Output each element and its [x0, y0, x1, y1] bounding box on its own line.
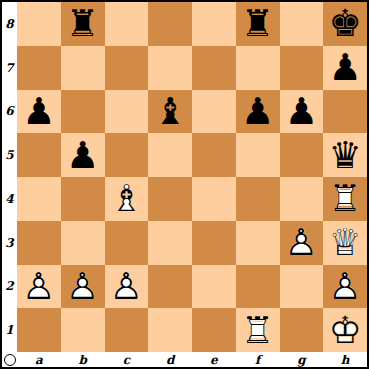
white-pawn-h2[interactable]: ♟♙: [323, 265, 367, 309]
square-h8[interactable]: ♚: [323, 2, 367, 46]
piece-glyph: ♟: [17, 90, 61, 134]
white-king-h1[interactable]: ♚♔: [323, 308, 367, 352]
white-queen-h3[interactable]: ♛♕: [323, 221, 367, 265]
square-g8[interactable]: [280, 2, 324, 46]
square-g3[interactable]: ♟♙: [280, 221, 324, 265]
white-pawn-b2[interactable]: ♟♙: [61, 265, 105, 309]
square-b2[interactable]: ♟♙: [61, 265, 105, 309]
piece-glyph: ♜: [236, 2, 280, 46]
square-d7[interactable]: [148, 46, 192, 90]
square-h3[interactable]: ♛♕: [323, 221, 367, 265]
square-c7[interactable]: [105, 46, 149, 90]
piece-glyph: ♜: [61, 2, 105, 46]
square-g5[interactable]: [280, 133, 324, 177]
white-pawn-g3[interactable]: ♟♙: [280, 221, 324, 265]
square-c2[interactable]: ♟♙: [105, 265, 149, 309]
chess-board: ♜♜♚♟♟♝♟♟♟♛♝♗♜♖♟♙♛♕♟♙♟♙♟♙♟♙♜♖♚♔: [17, 2, 367, 352]
piece-glyph-outline: ♙: [323, 265, 367, 309]
square-e5[interactable]: [192, 133, 236, 177]
square-g4[interactable]: [280, 177, 324, 221]
file-label-b: b: [61, 352, 105, 367]
rank-label-3: 3: [2, 221, 17, 265]
piece-glyph-outline: ♙: [61, 265, 105, 309]
black-queen-h5[interactable]: ♛: [323, 133, 367, 177]
square-a6[interactable]: ♟: [17, 90, 61, 134]
turn-indicator: [2, 352, 17, 367]
square-h4[interactable]: ♜♖: [323, 177, 367, 221]
white-bishop-c4[interactable]: ♝♗: [105, 177, 149, 221]
square-e1[interactable]: [192, 308, 236, 352]
square-f3[interactable]: [236, 221, 280, 265]
piece-glyph-outline: ♙: [280, 221, 324, 265]
square-b3[interactable]: [61, 221, 105, 265]
black-bishop-d6[interactable]: ♝: [148, 90, 192, 134]
square-d2[interactable]: [148, 265, 192, 309]
square-g6[interactable]: ♟: [280, 90, 324, 134]
file-label-h: h: [323, 352, 367, 367]
piece-glyph: ♚: [323, 2, 367, 46]
square-d5[interactable]: [148, 133, 192, 177]
square-f8[interactable]: ♜: [236, 2, 280, 46]
piece-glyph: ♟: [236, 90, 280, 134]
black-rook-f8[interactable]: ♜: [236, 2, 280, 46]
square-a1[interactable]: [17, 308, 61, 352]
square-c8[interactable]: [105, 2, 149, 46]
piece-glyph-outline: ♖: [323, 177, 367, 221]
square-c6[interactable]: [105, 90, 149, 134]
square-g7[interactable]: [280, 46, 324, 90]
square-f1[interactable]: ♜♖: [236, 308, 280, 352]
file-label-e: e: [192, 352, 236, 367]
file-label-c: c: [105, 352, 149, 367]
square-a3[interactable]: [17, 221, 61, 265]
rank-labels: 87654321: [2, 2, 17, 352]
file-label-f: f: [236, 352, 280, 367]
square-c4[interactable]: ♝♗: [105, 177, 149, 221]
square-d4[interactable]: [148, 177, 192, 221]
rank-label-4: 4: [2, 177, 17, 221]
chess-diagram: 87654321 ♜♜♚♟♟♝♟♟♟♛♝♗♜♖♟♙♛♕♟♙♟♙♟♙♟♙♜♖♚♔ …: [0, 0, 369, 369]
piece-glyph-outline: ♕: [323, 221, 367, 265]
square-e6[interactable]: [192, 90, 236, 134]
square-b5[interactable]: ♟: [61, 133, 105, 177]
square-f4[interactable]: [236, 177, 280, 221]
black-king-h8[interactable]: ♚: [323, 2, 367, 46]
black-pawn-a6[interactable]: ♟: [17, 90, 61, 134]
square-c3[interactable]: [105, 221, 149, 265]
square-f7[interactable]: [236, 46, 280, 90]
square-b6[interactable]: [61, 90, 105, 134]
square-e4[interactable]: [192, 177, 236, 221]
piece-glyph-outline: ♖: [236, 308, 280, 352]
black-pawn-b5[interactable]: ♟: [61, 133, 105, 177]
piece-glyph-outline: ♗: [105, 177, 149, 221]
rank-label-2: 2: [2, 265, 17, 309]
rank-label-5: 5: [2, 133, 17, 177]
square-a2[interactable]: ♟♙: [17, 265, 61, 309]
black-pawn-g6[interactable]: ♟: [280, 90, 324, 134]
square-b1[interactable]: [61, 308, 105, 352]
square-h2[interactable]: ♟♙: [323, 265, 367, 309]
square-a5[interactable]: [17, 133, 61, 177]
file-label-d: d: [148, 352, 192, 367]
white-pawn-a2[interactable]: ♟♙: [17, 265, 61, 309]
square-f2[interactable]: [236, 265, 280, 309]
square-e8[interactable]: [192, 2, 236, 46]
square-a8[interactable]: [17, 2, 61, 46]
piece-glyph: ♛: [323, 133, 367, 177]
square-e7[interactable]: [192, 46, 236, 90]
square-c1[interactable]: [105, 308, 149, 352]
square-f5[interactable]: [236, 133, 280, 177]
piece-glyph: ♟: [61, 133, 105, 177]
square-a7[interactable]: [17, 46, 61, 90]
piece-glyph: ♟: [323, 46, 367, 90]
rank-label-7: 7: [2, 46, 17, 90]
square-e2[interactable]: [192, 265, 236, 309]
square-d1[interactable]: [148, 308, 192, 352]
rank-label-1: 1: [2, 308, 17, 352]
black-pawn-h7[interactable]: ♟: [323, 46, 367, 90]
square-h1[interactable]: ♚♔: [323, 308, 367, 352]
square-g2[interactable]: [280, 265, 324, 309]
file-labels: abcdefgh: [17, 352, 367, 367]
square-b4[interactable]: [61, 177, 105, 221]
square-h7[interactable]: ♟: [323, 46, 367, 90]
black-rook-b8[interactable]: ♜: [61, 2, 105, 46]
white-pawn-c2[interactable]: ♟♙: [105, 265, 149, 309]
piece-glyph-outline: ♙: [17, 265, 61, 309]
piece-glyph-outline: ♙: [105, 265, 149, 309]
file-label-g: g: [280, 352, 324, 367]
piece-glyph: ♟: [280, 90, 324, 134]
square-d8[interactable]: [148, 2, 192, 46]
square-d3[interactable]: [148, 221, 192, 265]
square-d6[interactable]: ♝: [148, 90, 192, 134]
square-h6[interactable]: [323, 90, 367, 134]
white-rook-f1[interactable]: ♜♖: [236, 308, 280, 352]
square-g1[interactable]: [280, 308, 324, 352]
square-b8[interactable]: ♜: [61, 2, 105, 46]
white-to-move-icon: [4, 354, 16, 366]
rank-label-6: 6: [2, 90, 17, 134]
rank-label-8: 8: [2, 2, 17, 46]
square-a4[interactable]: [17, 177, 61, 221]
file-label-a: a: [17, 352, 61, 367]
black-pawn-f6[interactable]: ♟: [236, 90, 280, 134]
square-h5[interactable]: ♛: [323, 133, 367, 177]
square-c5[interactable]: [105, 133, 149, 177]
piece-glyph: ♝: [148, 90, 192, 134]
white-rook-h4[interactable]: ♜♖: [323, 177, 367, 221]
square-e3[interactable]: [192, 221, 236, 265]
square-b7[interactable]: [61, 46, 105, 90]
piece-glyph-outline: ♔: [323, 308, 367, 352]
square-f6[interactable]: ♟: [236, 90, 280, 134]
